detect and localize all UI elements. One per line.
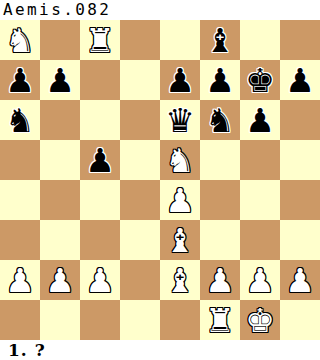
- square-g2[interactable]: ♟: [240, 260, 280, 300]
- square-a1[interactable]: [0, 300, 40, 340]
- square-f6[interactable]: ♞: [200, 100, 240, 140]
- square-d5[interactable]: [120, 140, 160, 180]
- square-e3[interactable]: ♝: [160, 220, 200, 260]
- square-f5[interactable]: [200, 140, 240, 180]
- chess-board: ♞♜♝♟♟♟♟♚♟♞♛♞♟♟♞♟♝♟♟♟♝♟♟♟♜♚: [0, 20, 320, 340]
- white-pawn-icon[interactable]: ♟: [205, 264, 235, 297]
- square-e2[interactable]: ♝: [160, 260, 200, 300]
- square-b1[interactable]: [40, 300, 80, 340]
- black-pawn-icon[interactable]: ♟: [245, 104, 275, 137]
- white-knight-icon[interactable]: ♞: [5, 24, 35, 57]
- square-c5[interactable]: ♟: [80, 140, 120, 180]
- black-pawn-icon[interactable]: ♟: [165, 64, 195, 97]
- square-f2[interactable]: ♟: [200, 260, 240, 300]
- square-a6[interactable]: ♞: [0, 100, 40, 140]
- square-g4[interactable]: [240, 180, 280, 220]
- black-pawn-icon[interactable]: ♟: [5, 64, 35, 97]
- square-c7[interactable]: [80, 60, 120, 100]
- square-h5[interactable]: [280, 140, 320, 180]
- white-pawn-icon[interactable]: ♟: [45, 264, 75, 297]
- square-g3[interactable]: [240, 220, 280, 260]
- white-pawn-icon[interactable]: ♟: [245, 264, 275, 297]
- black-knight-icon[interactable]: ♞: [205, 104, 235, 137]
- square-a7[interactable]: ♟: [0, 60, 40, 100]
- white-pawn-icon[interactable]: ♟: [5, 264, 35, 297]
- black-pawn-icon[interactable]: ♟: [45, 64, 75, 97]
- square-e4[interactable]: ♟: [160, 180, 200, 220]
- square-a3[interactable]: [0, 220, 40, 260]
- white-bishop-icon[interactable]: ♝: [165, 224, 195, 257]
- square-a4[interactable]: [0, 180, 40, 220]
- square-d7[interactable]: [120, 60, 160, 100]
- black-king-icon[interactable]: ♚: [245, 64, 275, 97]
- square-a2[interactable]: ♟: [0, 260, 40, 300]
- white-rook-icon[interactable]: ♜: [85, 24, 115, 57]
- square-g8[interactable]: [240, 20, 280, 60]
- white-king-icon[interactable]: ♚: [245, 304, 275, 337]
- square-d6[interactable]: [120, 100, 160, 140]
- square-e7[interactable]: ♟: [160, 60, 200, 100]
- square-f4[interactable]: [200, 180, 240, 220]
- black-bishop-icon[interactable]: ♝: [205, 24, 235, 57]
- square-d1[interactable]: [120, 300, 160, 340]
- square-b8[interactable]: [40, 20, 80, 60]
- square-c8[interactable]: ♜: [80, 20, 120, 60]
- square-f1[interactable]: ♜: [200, 300, 240, 340]
- square-b6[interactable]: [40, 100, 80, 140]
- square-d4[interactable]: [120, 180, 160, 220]
- white-pawn-icon[interactable]: ♟: [285, 264, 315, 297]
- square-c3[interactable]: [80, 220, 120, 260]
- move-prompt: 1. ?: [0, 340, 320, 360]
- square-g7[interactable]: ♚: [240, 60, 280, 100]
- white-bishop-icon[interactable]: ♝: [165, 264, 195, 297]
- square-h7[interactable]: ♟: [280, 60, 320, 100]
- square-b5[interactable]: [40, 140, 80, 180]
- black-queen-icon[interactable]: ♛: [165, 104, 195, 137]
- square-f3[interactable]: [200, 220, 240, 260]
- square-h1[interactable]: [280, 300, 320, 340]
- black-pawn-icon[interactable]: ♟: [205, 64, 235, 97]
- square-c2[interactable]: ♟: [80, 260, 120, 300]
- square-b7[interactable]: ♟: [40, 60, 80, 100]
- square-d2[interactable]: [120, 260, 160, 300]
- square-c1[interactable]: [80, 300, 120, 340]
- square-h8[interactable]: [280, 20, 320, 60]
- square-a5[interactable]: [0, 140, 40, 180]
- square-e1[interactable]: [160, 300, 200, 340]
- square-e5[interactable]: ♞: [160, 140, 200, 180]
- black-pawn-icon[interactable]: ♟: [85, 144, 115, 177]
- square-g5[interactable]: [240, 140, 280, 180]
- black-pawn-icon[interactable]: ♟: [285, 64, 315, 97]
- square-c4[interactable]: [80, 180, 120, 220]
- square-d3[interactable]: [120, 220, 160, 260]
- square-h6[interactable]: [280, 100, 320, 140]
- square-b4[interactable]: [40, 180, 80, 220]
- square-h2[interactable]: ♟: [280, 260, 320, 300]
- square-f8[interactable]: ♝: [200, 20, 240, 60]
- square-g1[interactable]: ♚: [240, 300, 280, 340]
- white-pawn-icon[interactable]: ♟: [165, 184, 195, 217]
- square-b2[interactable]: ♟: [40, 260, 80, 300]
- square-e6[interactable]: ♛: [160, 100, 200, 140]
- square-e8[interactable]: [160, 20, 200, 60]
- square-g6[interactable]: ♟: [240, 100, 280, 140]
- square-c6[interactable]: [80, 100, 120, 140]
- square-f7[interactable]: ♟: [200, 60, 240, 100]
- white-pawn-icon[interactable]: ♟: [85, 264, 115, 297]
- black-knight-icon[interactable]: ♞: [5, 104, 35, 137]
- square-b3[interactable]: [40, 220, 80, 260]
- square-d8[interactable]: [120, 20, 160, 60]
- white-rook-icon[interactable]: ♜: [205, 304, 235, 337]
- square-a8[interactable]: ♞: [0, 20, 40, 60]
- square-h4[interactable]: [280, 180, 320, 220]
- chess-diagram-window: Aemis.082 ♞♜♝♟♟♟♟♚♟♞♛♞♟♟♞♟♝♟♟♟♝♟♟♟♜♚ 1. …: [0, 0, 320, 360]
- puzzle-title: Aemis.082: [0, 0, 320, 20]
- white-knight-icon[interactable]: ♞: [165, 144, 195, 177]
- square-h3[interactable]: [280, 220, 320, 260]
